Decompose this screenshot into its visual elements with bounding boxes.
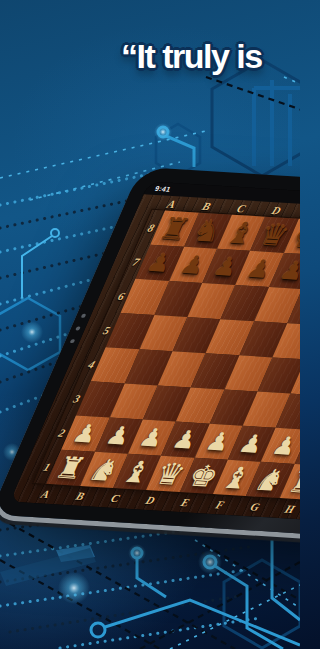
headline-quote: “It truly is xyxy=(121,37,262,76)
bezel-dot xyxy=(75,326,81,330)
glow-spot xyxy=(128,544,146,562)
glow-spot xyxy=(58,572,90,604)
hexagon-trace-icon xyxy=(224,560,300,648)
file-label-h: H xyxy=(269,499,300,518)
via-ring-icon xyxy=(51,229,59,237)
glow-spot xyxy=(198,550,222,574)
bezel-dot xyxy=(70,339,76,343)
via-ring-icon xyxy=(91,623,105,637)
glow-spot xyxy=(21,321,43,343)
glow-spot xyxy=(154,123,172,141)
bezel-dot xyxy=(81,314,87,318)
status-time: 9:41 xyxy=(154,185,172,193)
